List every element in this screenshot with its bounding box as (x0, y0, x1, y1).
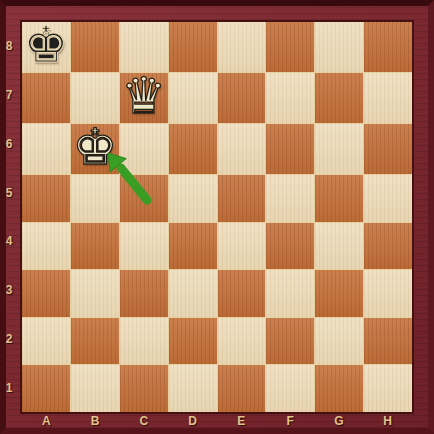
piece-white-king: ♚ (72, 122, 117, 172)
rank-label-8: 8 (2, 22, 16, 71)
square-d5[interactable] (169, 175, 217, 222)
square-c4[interactable] (120, 223, 168, 270)
square-b3[interactable] (71, 270, 119, 317)
rank-label-7: 7 (2, 71, 16, 120)
square-f7[interactable] (266, 73, 314, 123)
square-d2[interactable] (169, 318, 217, 365)
square-g7[interactable] (315, 73, 363, 123)
rank-label-2: 2 (2, 315, 16, 364)
square-f5[interactable] (266, 175, 314, 222)
square-b1[interactable] (71, 365, 119, 412)
square-h1[interactable] (364, 365, 412, 412)
square-f1[interactable] (266, 365, 314, 412)
square-c3[interactable] (120, 270, 168, 317)
square-c8[interactable] (120, 22, 168, 72)
square-e6[interactable] (218, 124, 266, 174)
square-f8[interactable] (266, 22, 314, 72)
square-h4[interactable] (364, 223, 412, 270)
file-label-b: B (71, 412, 120, 429)
square-b6[interactable]: ♚ (71, 124, 119, 174)
square-a3[interactable] (22, 270, 70, 317)
square-f4[interactable] (266, 223, 314, 270)
rank-label-6: 6 (2, 120, 16, 169)
rank-label-5: 5 (2, 168, 16, 217)
square-c5[interactable] (120, 175, 168, 222)
file-label-a: A (22, 412, 71, 429)
piece-white-queen: ♛ (121, 71, 166, 121)
chess-board: ♚♛♚ (22, 22, 412, 412)
square-g1[interactable] (315, 365, 363, 412)
square-h3[interactable] (364, 270, 412, 317)
square-a8[interactable]: ♚ (22, 22, 70, 72)
square-e8[interactable] (218, 22, 266, 72)
square-g2[interactable] (315, 318, 363, 365)
square-d7[interactable] (169, 73, 217, 123)
square-e3[interactable] (218, 270, 266, 317)
square-f2[interactable] (266, 318, 314, 365)
square-b4[interactable] (71, 223, 119, 270)
rank-label-1: 1 (2, 363, 16, 412)
square-h2[interactable] (364, 318, 412, 365)
square-b5[interactable] (71, 175, 119, 222)
square-b7[interactable] (71, 73, 119, 123)
square-a7[interactable] (22, 73, 70, 123)
square-b2[interactable] (71, 318, 119, 365)
square-a4[interactable] (22, 223, 70, 270)
square-h5[interactable] (364, 175, 412, 222)
piece-black-king: ♚ (24, 20, 69, 70)
rank-label-4: 4 (2, 217, 16, 266)
square-e7[interactable] (218, 73, 266, 123)
square-f6[interactable] (266, 124, 314, 174)
square-e1[interactable] (218, 365, 266, 412)
square-d6[interactable] (169, 124, 217, 174)
square-e4[interactable] (218, 223, 266, 270)
file-label-d: D (168, 412, 217, 429)
square-g8[interactable] (315, 22, 363, 72)
square-f3[interactable] (266, 270, 314, 317)
square-a6[interactable] (22, 124, 70, 174)
file-label-e: E (217, 412, 266, 429)
square-c1[interactable] (120, 365, 168, 412)
square-g5[interactable] (315, 175, 363, 222)
square-g6[interactable] (315, 124, 363, 174)
file-label-f: F (266, 412, 315, 429)
square-d3[interactable] (169, 270, 217, 317)
square-g4[interactable] (315, 223, 363, 270)
square-d1[interactable] (169, 365, 217, 412)
square-c6[interactable] (120, 124, 168, 174)
file-label-h: H (363, 412, 412, 429)
square-b8[interactable] (71, 22, 119, 72)
rank-label-3: 3 (2, 266, 16, 315)
square-h7[interactable] (364, 73, 412, 123)
square-e2[interactable] (218, 318, 266, 365)
square-d8[interactable] (169, 22, 217, 72)
square-h8[interactable] (364, 22, 412, 72)
square-d4[interactable] (169, 223, 217, 270)
file-label-g: G (315, 412, 364, 429)
square-a1[interactable] (22, 365, 70, 412)
square-c2[interactable] (120, 318, 168, 365)
board-frame: ♚♛♚ 87654321 ABCDEFGH (0, 0, 434, 434)
square-g3[interactable] (315, 270, 363, 317)
square-e5[interactable] (218, 175, 266, 222)
square-c7[interactable]: ♛ (120, 73, 168, 123)
file-label-c: C (120, 412, 169, 429)
square-h6[interactable] (364, 124, 412, 174)
square-a5[interactable] (22, 175, 70, 222)
square-a2[interactable] (22, 318, 70, 365)
